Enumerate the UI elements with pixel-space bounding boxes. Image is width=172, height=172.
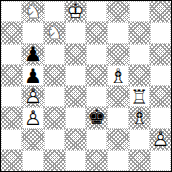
square-a2: [1, 129, 22, 150]
square-e3: ♚: [86, 107, 107, 128]
square-g5: [129, 65, 150, 86]
square-b8: ♞♘: [22, 1, 43, 22]
square-d4: [65, 86, 86, 107]
square-f1: [107, 150, 128, 171]
square-b2: [22, 129, 43, 150]
square-h6: [150, 44, 171, 65]
piece-white-rook-g4: ♜♖: [130, 87, 149, 106]
square-a1: [1, 150, 22, 171]
square-b3: ♟♙: [22, 107, 43, 128]
square-a5: [1, 65, 22, 86]
chess-board: ♞♘♚♔♞♘♟♟♝♗♟♙♜♖♟♙♚♝♗♟♙: [0, 0, 172, 172]
square-d3: [65, 107, 86, 128]
square-h4: [150, 86, 171, 107]
square-d5: [65, 65, 86, 86]
square-h1: [150, 150, 171, 171]
piece-white-bishop-g3: ♝♗: [129, 107, 150, 128]
square-c8: [44, 1, 65, 22]
square-f3: [107, 107, 128, 128]
square-e6: [86, 44, 107, 65]
piece-white-pawn-b3: ♟♙: [23, 108, 42, 127]
square-f7: [107, 22, 128, 43]
square-e5: [86, 65, 107, 86]
square-c1: [44, 150, 65, 171]
square-h2: ♟♙: [150, 129, 171, 150]
square-e7: [86, 22, 107, 43]
square-g2: [129, 129, 150, 150]
chess-diagram: ♞♘♚♔♞♘♟♟♝♗♟♙♜♖♟♙♚♝♗♟♙: [0, 0, 172, 172]
piece-black-pawn-b5: ♟: [23, 66, 42, 85]
square-g8: [129, 1, 150, 22]
square-c4: [44, 86, 65, 107]
square-h5: [150, 65, 171, 86]
square-a8: [1, 1, 22, 22]
piece-white-knight-c7: ♞♘: [44, 22, 65, 43]
piece-white-knight-b8: ♞♘: [22, 1, 43, 22]
square-c3: [44, 107, 65, 128]
square-f4: [107, 86, 128, 107]
square-e1: [86, 150, 107, 171]
square-g6: [129, 44, 150, 65]
piece-white-bishop-f5: ♝♗: [108, 66, 127, 85]
square-g4: ♜♖: [129, 86, 150, 107]
square-d8: ♚♔: [65, 1, 86, 22]
square-b1: [22, 150, 43, 171]
square-a6: [1, 44, 22, 65]
square-a3: [1, 107, 22, 128]
square-c2: [44, 129, 65, 150]
piece-white-pawn-b4: ♟♙: [22, 86, 43, 107]
square-a4: [1, 86, 22, 107]
square-d7: [65, 22, 86, 43]
square-f6: [107, 44, 128, 65]
square-e4: [86, 86, 107, 107]
square-b5: ♟: [22, 65, 43, 86]
piece-black-king-e3: ♚: [86, 107, 107, 128]
piece-black-pawn-b6: ♟: [22, 44, 43, 65]
square-f5: ♝♗: [107, 65, 128, 86]
piece-white-pawn-h2: ♟♙: [150, 129, 171, 150]
square-c7: ♞♘: [44, 22, 65, 43]
square-d1: [65, 150, 86, 171]
square-h7: [150, 22, 171, 43]
square-d2: [65, 129, 86, 150]
piece-white-king-d8: ♚♔: [65, 1, 86, 22]
square-h8: [150, 1, 171, 22]
square-e8: [86, 1, 107, 22]
square-g3: ♝♗: [129, 107, 150, 128]
square-b7: [22, 22, 43, 43]
square-d6: [65, 44, 86, 65]
square-g1: [129, 150, 150, 171]
square-a7: [1, 22, 22, 43]
square-f8: [107, 1, 128, 22]
square-b4: ♟♙: [22, 86, 43, 107]
square-c6: [44, 44, 65, 65]
square-f2: [107, 129, 128, 150]
square-g7: [129, 22, 150, 43]
square-e2: [86, 129, 107, 150]
square-c5: [44, 65, 65, 86]
square-b6: ♟: [22, 44, 43, 65]
square-h3: [150, 107, 171, 128]
